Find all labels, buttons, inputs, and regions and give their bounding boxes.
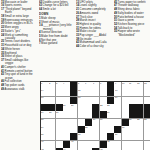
clue-item: 24Work at something casually <box>1 33 37 39</box>
white-cell[interactable] <box>129 148 136 150</box>
white-cell[interactable]: 27 <box>107 111 114 118</box>
white-cell[interactable] <box>63 111 70 118</box>
white-cell[interactable] <box>144 148 150 150</box>
white-cell[interactable]: 7 <box>92 82 99 89</box>
cell-number: 28 <box>41 118 43 120</box>
cell-number: 22 <box>100 104 102 106</box>
cell-number: 43 <box>41 148 43 150</box>
cell-number: 20 <box>63 104 65 106</box>
white-cell[interactable]: 43 <box>41 148 48 150</box>
white-cell[interactable] <box>107 119 114 126</box>
cell-number: 26 <box>56 111 58 113</box>
white-cell[interactable] <box>48 141 55 148</box>
down-clue-column-3: 13UFO pilots14Leans slightly21Consume co… <box>76 0 112 48</box>
white-cell[interactable]: 3 <box>56 82 63 89</box>
white-cell[interactable] <box>129 89 136 96</box>
white-cell[interactable] <box>85 104 92 111</box>
white-cell[interactable] <box>48 126 55 133</box>
white-cell[interactable] <box>136 89 143 96</box>
white-cell[interactable] <box>122 141 129 148</box>
down-start-list: 1Male sheep2Sheet of music3A ___ pittanc… <box>39 16 73 45</box>
cell-number: 1 <box>41 82 42 84</box>
cell-number: 38 <box>78 133 80 135</box>
white-cell[interactable] <box>48 148 55 150</box>
white-cell[interactable]: 25 <box>48 111 55 118</box>
white-cell[interactable] <box>144 133 150 140</box>
clue-item: 43Tiny spot of land in the ocean <box>1 73 37 79</box>
white-cell[interactable]: 19 <box>114 97 121 104</box>
white-cell[interactable] <box>136 141 143 148</box>
cell-number: 17 <box>41 96 43 98</box>
cell-number: 11 <box>129 82 131 84</box>
clue-item: 37Small cabbage-like veggie <box>1 58 37 64</box>
white-cell[interactable]: 30 <box>100 119 107 126</box>
white-cell[interactable]: 10 <box>122 82 129 89</box>
white-cell[interactable] <box>63 126 70 133</box>
cell-number: 37 <box>41 133 43 135</box>
white-cell[interactable] <box>92 141 99 148</box>
cell-number: 40 <box>41 140 43 142</box>
white-cell[interactable] <box>85 89 92 96</box>
clue-item: 63Change for a $20 bill <box>39 4 73 7</box>
white-cell[interactable] <box>144 126 150 133</box>
black-cell <box>92 148 99 150</box>
white-cell[interactable] <box>92 133 99 140</box>
white-cell[interactable] <box>129 126 136 133</box>
white-cell[interactable] <box>63 133 70 140</box>
white-cell[interactable]: 38 <box>78 133 85 140</box>
cell-number: 33 <box>144 118 146 120</box>
white-cell[interactable] <box>92 97 99 104</box>
white-cell[interactable] <box>122 148 129 150</box>
white-cell[interactable] <box>56 141 63 148</box>
across-end-list: 62Double-curve letters63Change for a $20… <box>39 0 73 11</box>
white-cell[interactable] <box>122 97 129 104</box>
clue-item: 20Green veggies in BLTs <box>1 22 37 25</box>
white-cell[interactable]: 8 <box>100 82 107 89</box>
cell-number: 18 <box>78 96 80 98</box>
white-cell[interactable] <box>107 148 114 150</box>
white-cell[interactable]: 22 <box>100 104 107 111</box>
white-cell[interactable] <box>70 148 77 150</box>
crossword-grid: 1234567891011121314151617181920212223242… <box>40 81 150 150</box>
clue-item: 52Kitchen flooring piece <box>114 22 149 25</box>
cell-number: 10 <box>122 82 124 84</box>
white-cell[interactable] <box>63 119 70 126</box>
cell-number: 39 <box>115 133 117 135</box>
white-cell[interactable] <box>56 119 63 126</box>
white-cell[interactable]: 29 <box>92 119 99 126</box>
cell-number: 35 <box>85 126 87 128</box>
cell-number: 25 <box>49 111 51 113</box>
clue-item: 44Color of a clear sky <box>76 44 112 47</box>
white-cell[interactable] <box>100 126 107 133</box>
white-cell[interactable] <box>48 119 55 126</box>
across-clue-column: 15Moccasin or loafer16Sports events17"Th… <box>1 0 37 91</box>
cell-number: 2 <box>49 82 50 84</box>
cell-number: 44 <box>63 148 65 150</box>
white-cell[interactable]: 41 <box>70 141 77 148</box>
white-cell[interactable] <box>129 133 136 140</box>
cell-number: 42 <box>107 140 109 142</box>
white-cell[interactable]: 36 <box>122 126 129 133</box>
black-cell <box>70 89 77 96</box>
white-cell[interactable] <box>92 126 99 133</box>
cell-number: 8 <box>100 82 101 84</box>
white-cell[interactable] <box>56 126 63 133</box>
white-cell[interactable] <box>78 111 85 118</box>
white-cell[interactable] <box>70 126 77 133</box>
white-cell[interactable] <box>144 97 150 104</box>
cell-number: 45 <box>100 148 102 150</box>
down-clue-column-4: 45Turns paper to confetti47Theater walkw… <box>114 0 149 37</box>
white-cell[interactable] <box>114 104 121 111</box>
cell-number: 7 <box>93 82 94 84</box>
white-cell[interactable]: 11 <box>129 82 136 89</box>
cell-number: 30 <box>100 118 102 120</box>
cell-number: 31 <box>129 118 131 120</box>
white-cell[interactable] <box>136 148 143 150</box>
white-cell[interactable]: 18 <box>78 97 85 104</box>
cell-number: 21 <box>71 104 73 106</box>
across-end-and-down-column: 62Double-curve letters63Change for a $20… <box>39 0 73 45</box>
white-cell[interactable]: 4 <box>63 82 70 89</box>
white-cell[interactable] <box>85 141 92 148</box>
white-cell[interactable] <box>122 104 129 111</box>
cell-number: 29 <box>93 118 95 120</box>
black-cell <box>129 104 136 111</box>
white-cell[interactable] <box>100 133 107 140</box>
cell-number: 14 <box>41 89 43 91</box>
white-cell[interactable] <box>56 89 63 96</box>
black-cell <box>107 89 114 96</box>
cell-number: 41 <box>71 140 73 142</box>
cell-number: 15 <box>78 89 80 91</box>
black-cell <box>70 82 77 89</box>
white-cell[interactable] <box>48 97 55 104</box>
clue-item: 49Asparagus stalk <box>1 87 37 90</box>
white-cell[interactable] <box>136 97 143 104</box>
white-cell[interactable] <box>78 148 85 150</box>
cell-number: 9 <box>115 82 116 84</box>
white-cell[interactable]: 42 <box>107 141 114 148</box>
white-cell[interactable] <box>48 89 55 96</box>
white-cell[interactable]: 44 <box>63 148 70 150</box>
down-header: DOWN <box>39 12 73 15</box>
black-cell <box>136 104 143 111</box>
cell-number: 5 <box>78 82 79 84</box>
white-cell[interactable] <box>56 133 63 140</box>
cell-number: 24 <box>41 111 43 113</box>
cell-number: 16 <box>115 89 117 91</box>
white-cell[interactable] <box>144 89 150 96</box>
white-cell[interactable]: 45 <box>100 148 107 150</box>
white-cell[interactable] <box>48 133 55 140</box>
cell-number: 3 <box>56 82 57 84</box>
white-cell[interactable] <box>85 97 92 104</box>
clue-item: 7Maui garland <box>39 42 73 45</box>
black-cell <box>92 104 99 111</box>
white-cell[interactable]: 31 <box>129 119 136 126</box>
white-cell[interactable] <box>63 89 70 96</box>
cell-number: 4 <box>63 82 64 84</box>
white-cell[interactable]: 20 <box>63 104 70 111</box>
white-cell[interactable] <box>85 148 92 150</box>
white-cell[interactable] <box>78 141 85 148</box>
cell-number: 36 <box>122 126 124 128</box>
white-cell[interactable] <box>129 141 136 148</box>
black-cell <box>144 104 150 111</box>
white-cell[interactable]: 6 <box>85 82 92 89</box>
white-cell[interactable]: 35 <box>85 126 92 133</box>
white-cell[interactable] <box>78 104 85 111</box>
white-cell[interactable] <box>85 133 92 140</box>
cell-number: 32 <box>137 118 139 120</box>
crossword-grid-cells: 1234567891011121314151617181920212223242… <box>40 81 150 150</box>
white-cell[interactable]: 32 <box>136 119 143 126</box>
white-cell[interactable]: 2 <box>48 82 55 89</box>
cell-number: 19 <box>115 96 117 98</box>
white-cell[interactable] <box>78 119 85 126</box>
white-cell[interactable] <box>122 133 129 140</box>
white-cell[interactable] <box>122 111 129 118</box>
white-cell[interactable] <box>85 111 92 118</box>
white-cell[interactable] <box>114 141 121 148</box>
cell-number: 27 <box>107 111 109 113</box>
white-cell[interactable] <box>122 89 129 96</box>
white-cell[interactable] <box>107 126 114 133</box>
white-cell[interactable]: 26 <box>56 111 63 118</box>
cell-number: 13 <box>144 82 146 84</box>
white-cell[interactable]: 12 <box>136 82 143 89</box>
white-cell[interactable] <box>129 97 136 104</box>
white-cell[interactable] <box>70 111 77 118</box>
white-cell[interactable] <box>114 111 121 118</box>
white-cell[interactable] <box>136 133 143 140</box>
white-cell[interactable] <box>114 148 121 150</box>
white-cell[interactable] <box>92 89 99 96</box>
black-cell <box>107 82 114 89</box>
white-cell[interactable] <box>114 119 121 126</box>
white-cell[interactable] <box>144 141 150 148</box>
white-cell[interactable]: 33 <box>144 119 150 126</box>
cell-number: 34 <box>41 126 43 128</box>
cell-number: 6 <box>85 82 86 84</box>
black-cell <box>56 148 63 150</box>
clue-item: 55Harper who wrote "Mockingbird" <box>114 30 149 36</box>
clue-item: 17"Third planet" beyond Earth <box>1 7 37 13</box>
clue-item: 3A ___ pittance (very little money) <box>39 24 73 30</box>
white-cell[interactable]: 21 <box>70 104 77 111</box>
white-cell[interactable]: 17 <box>41 97 48 104</box>
cell-number: 12 <box>137 82 139 84</box>
white-cell[interactable] <box>70 119 77 126</box>
white-cell[interactable] <box>56 97 63 104</box>
white-cell[interactable]: 39 <box>114 133 121 140</box>
clue-item: 64Smile a lot <box>39 7 73 10</box>
cell-number: 23 <box>107 104 109 106</box>
white-cell[interactable]: 13 <box>144 82 150 89</box>
white-cell[interactable] <box>100 89 107 96</box>
white-cell[interactable] <box>136 126 143 133</box>
